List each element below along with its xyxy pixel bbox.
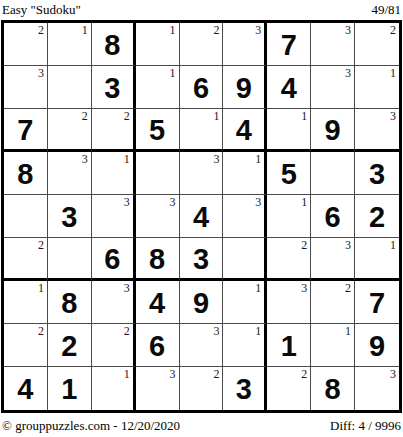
cell-r9c9[interactable]: 3 [355, 367, 399, 410]
cell-r8c5[interactable]: 3 [180, 324, 224, 367]
copyright-date-text: © grouppuzzles.com - 12/20/2020 [2, 418, 180, 434]
sudoku-board: 2181237323316943172251419383131533334316… [1, 20, 402, 413]
cell-r8c6[interactable]: 1 [223, 324, 267, 367]
pencil-mark: 1 [82, 23, 88, 37]
pencil-mark: 1 [38, 281, 44, 295]
cell-value: 4 [236, 114, 252, 145]
pencil-mark: 1 [213, 109, 219, 123]
cell-r8c9[interactable]: 9 [355, 324, 399, 367]
cell-r7c1[interactable]: 1 [4, 281, 48, 324]
cell-r8c7[interactable]: 1 [267, 324, 311, 367]
cell-value: 8 [104, 29, 120, 60]
cell-value: 9 [236, 72, 252, 103]
cell-r6c2[interactable] [48, 238, 92, 281]
pencil-mark: 2 [301, 367, 307, 381]
cell-r1c8[interactable]: 3 [311, 23, 355, 66]
cell-r7c6[interactable]: 1 [223, 281, 267, 324]
cell-r2c6[interactable]: 9 [223, 66, 267, 109]
cell-value: 2 [61, 330, 77, 361]
pencil-mark: 1 [124, 367, 130, 381]
cell-r6c3[interactable]: 6 [92, 238, 136, 281]
cell-value: 3 [369, 158, 385, 189]
cell-r1c1[interactable]: 2 [4, 23, 48, 66]
cell-r9c4[interactable]: 3 [136, 367, 180, 410]
cell-r3c7[interactable]: 1 [267, 109, 311, 152]
pencil-mark: 2 [124, 324, 130, 338]
cell-r5c3[interactable]: 3 [92, 195, 136, 238]
cell-r2c4[interactable]: 1 [136, 66, 180, 109]
pencil-mark: 2 [82, 109, 88, 123]
pencil-mark: 1 [255, 281, 261, 295]
cell-value: 9 [325, 114, 341, 145]
cell-r1c3[interactable]: 8 [92, 23, 136, 66]
pencil-mark: 3 [170, 195, 176, 209]
cell-r7c8[interactable]: 2 [311, 281, 355, 324]
cell-r4c3[interactable]: 1 [92, 152, 136, 195]
cell-r4c8[interactable] [311, 152, 355, 195]
cell-value: 5 [149, 114, 165, 145]
cell-value: 3 [193, 243, 209, 274]
difficulty-text: Diff: 4 / 9996 [330, 418, 401, 434]
pencil-mark: 3 [390, 367, 396, 381]
cell-value: 8 [325, 373, 341, 404]
cell-r3c3[interactable]: 2 [92, 109, 136, 152]
cell-value: 7 [17, 114, 33, 145]
cell-r1c6[interactable]: 3 [223, 23, 267, 66]
cell-r3c4[interactable]: 5 [136, 109, 180, 152]
pencil-mark: 1 [255, 152, 261, 166]
cell-r8c4[interactable]: 6 [136, 324, 180, 367]
cell-r7c5[interactable]: 9 [180, 281, 224, 324]
cell-r2c3[interactable]: 3 [92, 66, 136, 109]
cell-r9c5[interactable]: 2 [180, 367, 224, 410]
cell-r5c2[interactable]: 3 [48, 195, 92, 238]
pencil-mark: 2 [345, 281, 351, 295]
cell-r6c8[interactable]: 3 [311, 238, 355, 281]
cell-r2c7[interactable]: 4 [267, 66, 311, 109]
cell-r6c9[interactable]: 1 [355, 238, 399, 281]
pencil-mark: 1 [301, 109, 307, 123]
cell-r2c9[interactable]: 1 [355, 66, 399, 109]
cell-r7c4[interactable]: 4 [136, 281, 180, 324]
cell-r5c1[interactable] [4, 195, 48, 238]
cell-value: 4 [281, 72, 297, 103]
cell-r4c4[interactable] [136, 152, 180, 195]
pencil-mark: 2 [301, 238, 307, 252]
cell-value: 1 [61, 373, 77, 404]
cell-r8c1[interactable]: 2 [4, 324, 48, 367]
pencil-mark: 2 [390, 23, 396, 37]
cell-value: 9 [369, 330, 385, 361]
cell-r7c7[interactable]: 3 [267, 281, 311, 324]
pencil-mark: 3 [213, 152, 219, 166]
cell-r2c2[interactable] [48, 66, 92, 109]
footer: © grouppuzzles.com - 12/20/2020 Diff: 4 … [0, 413, 403, 435]
cell-r3c8[interactable]: 9 [311, 109, 355, 152]
pencil-mark: 1 [170, 66, 176, 80]
pencil-mark: 3 [255, 195, 261, 209]
cell-r2c5[interactable]: 6 [180, 66, 224, 109]
header: Easy "Sudoku" 49/81 [0, 0, 403, 20]
cell-r3c5[interactable]: 1 [180, 109, 224, 152]
cell-r1c7[interactable]: 7 [267, 23, 311, 66]
cell-r5c7[interactable]: 1 [267, 195, 311, 238]
cell-r3c2[interactable]: 2 [48, 109, 92, 152]
cell-value: 3 [236, 373, 252, 404]
cell-r8c8[interactable]: 1 [311, 324, 355, 367]
cell-r6c4[interactable]: 8 [136, 238, 180, 281]
cell-r5c9[interactable]: 2 [355, 195, 399, 238]
pencil-mark: 3 [82, 152, 88, 166]
cell-value: 3 [104, 72, 120, 103]
cell-r9c7[interactable]: 2 [267, 367, 311, 410]
pencil-mark: 3 [345, 66, 351, 80]
pencil-mark: 3 [345, 23, 351, 37]
pencil-mark: 3 [124, 281, 130, 295]
cell-r8c3[interactable]: 2 [92, 324, 136, 367]
cell-r6c1[interactable]: 2 [4, 238, 48, 281]
cell-r7c2[interactable]: 8 [48, 281, 92, 324]
cell-r4c6[interactable]: 1 [223, 152, 267, 195]
cell-value: 1 [281, 330, 297, 361]
pencil-mark: 3 [124, 195, 130, 209]
cell-value: 2 [369, 201, 385, 232]
cell-r4c5[interactable]: 3 [180, 152, 224, 195]
pencil-mark: 3 [390, 109, 396, 123]
cell-value: 5 [281, 158, 297, 189]
pencil-mark: 3 [170, 367, 176, 381]
pencil-mark: 3 [213, 324, 219, 338]
cell-r8c2[interactable]: 2 [48, 324, 92, 367]
cell-r5c8[interactable]: 6 [311, 195, 355, 238]
cell-r6c5[interactable]: 3 [180, 238, 224, 281]
cell-value: 3 [61, 201, 77, 232]
pencil-mark: 2 [213, 23, 219, 37]
cell-value: 4 [193, 201, 209, 232]
pencil-mark: 3 [301, 281, 307, 295]
pencil-mark: 1 [170, 23, 176, 37]
cell-r4c9[interactable]: 3 [355, 152, 399, 195]
pencil-mark: 1 [390, 66, 396, 80]
cell-r9c3[interactable]: 1 [92, 367, 136, 410]
pencil-mark: 2 [38, 324, 44, 338]
cell-value: 8 [149, 243, 165, 274]
cell-r9c6[interactable]: 3 [223, 367, 267, 410]
cell-r6c7[interactable]: 2 [267, 238, 311, 281]
cell-r9c2[interactable]: 1 [48, 367, 92, 410]
cell-r7c3[interactable]: 3 [92, 281, 136, 324]
pencil-mark: 2 [38, 23, 44, 37]
pencil-mark: 2 [38, 238, 44, 252]
cell-r4c2[interactable]: 3 [48, 152, 92, 195]
cell-value: 8 [61, 287, 77, 318]
cell-r5c4[interactable]: 3 [136, 195, 180, 238]
cell-r1c4[interactable]: 1 [136, 23, 180, 66]
cell-r3c9[interactable]: 3 [355, 109, 399, 152]
cell-r4c7[interactable]: 5 [267, 152, 311, 195]
cell-r9c8[interactable]: 8 [311, 367, 355, 410]
cell-r2c1[interactable]: 3 [4, 66, 48, 109]
cell-value: 7 [369, 287, 385, 318]
cell-r3c1[interactable]: 7 [4, 109, 48, 152]
cell-value: 4 [17, 373, 33, 404]
sudoku-page: Easy "Sudoku" 49/81 21812373233169431722… [0, 0, 403, 437]
cell-value: 7 [281, 29, 297, 60]
cell-value: 8 [17, 158, 33, 189]
pencil-mark: 1 [255, 324, 261, 338]
cell-r1c9[interactable]: 2 [355, 23, 399, 66]
pencil-mark: 1 [390, 238, 396, 252]
cell-r3c6[interactable]: 4 [223, 109, 267, 152]
cell-value: 6 [149, 330, 165, 361]
cell-r7c9[interactable]: 7 [355, 281, 399, 324]
pencil-mark: 1 [301, 195, 307, 209]
cell-value: 9 [193, 287, 209, 318]
cell-value: 6 [193, 72, 209, 103]
cell-r6c6[interactable] [223, 238, 267, 281]
cell-r9c1[interactable]: 4 [4, 367, 48, 410]
cell-r5c5[interactable]: 4 [180, 195, 224, 238]
pencil-mark: 3 [345, 238, 351, 252]
cell-r4c1[interactable]: 8 [4, 152, 48, 195]
pencil-mark: 1 [345, 324, 351, 338]
pencil-mark: 3 [38, 66, 44, 80]
cell-r1c2[interactable]: 1 [48, 23, 92, 66]
pencil-mark: 3 [255, 23, 261, 37]
cell-r5c6[interactable]: 3 [223, 195, 267, 238]
pencil-mark: 2 [124, 109, 130, 123]
cell-value: 6 [325, 201, 341, 232]
cell-r1c5[interactable]: 2 [180, 23, 224, 66]
pencil-mark: 2 [213, 367, 219, 381]
cell-r2c8[interactable]: 3 [311, 66, 355, 109]
pencil-mark: 1 [124, 152, 130, 166]
cell-value: 6 [104, 243, 120, 274]
cells-remaining-counter: 49/81 [371, 2, 401, 18]
cell-value: 4 [149, 287, 165, 318]
page-title: Easy "Sudoku" [2, 2, 81, 18]
